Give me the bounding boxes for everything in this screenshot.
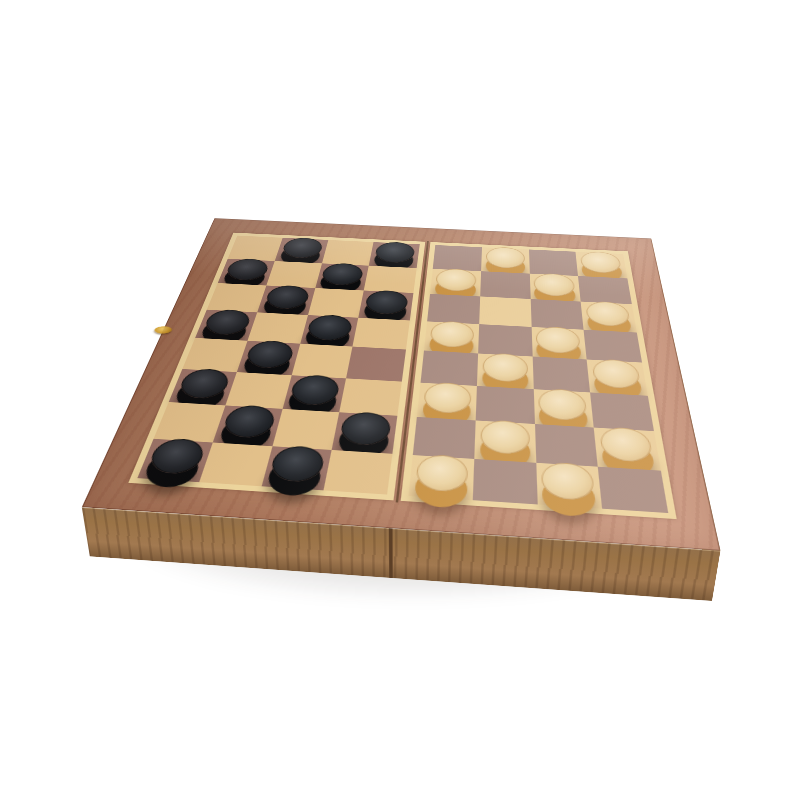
square-r1c4[interactable] xyxy=(430,269,481,297)
square-r7c3[interactable] xyxy=(324,450,393,495)
square-r5c0[interactable] xyxy=(169,369,237,406)
square-r3c3[interactable] xyxy=(353,317,410,349)
checker-black-piece[interactable] xyxy=(339,411,393,446)
square-r1c2[interactable] xyxy=(315,263,369,290)
board-half-right xyxy=(401,242,677,519)
square-r6c5[interactable] xyxy=(474,420,536,462)
checker-black-piece[interactable] xyxy=(176,368,232,399)
square-r1c5[interactable] xyxy=(480,271,530,299)
square-r5c7[interactable] xyxy=(590,392,654,431)
checker-black-piece[interactable] xyxy=(224,258,271,281)
folding-checkers-board xyxy=(82,218,721,551)
square-r2c6[interactable] xyxy=(530,299,584,329)
square-r3c6[interactable] xyxy=(531,327,587,360)
checker-black-piece[interactable] xyxy=(306,314,354,341)
square-r6c3[interactable] xyxy=(332,412,397,453)
square-r1c0[interactable] xyxy=(218,258,275,285)
square-r7c7[interactable] xyxy=(598,466,668,513)
square-r0c6[interactable] xyxy=(529,249,579,275)
checker-wood-piece[interactable] xyxy=(599,427,654,463)
checker-black-piece[interactable] xyxy=(280,237,324,259)
square-r3c5[interactable] xyxy=(478,324,532,357)
square-r5c5[interactable] xyxy=(475,386,534,424)
square-r3c2[interactable] xyxy=(300,315,359,347)
checker-wood-piece[interactable] xyxy=(592,359,642,390)
square-r7c4[interactable] xyxy=(408,455,474,501)
square-r1c1[interactable] xyxy=(266,261,321,288)
square-r2c7[interactable] xyxy=(581,302,637,333)
square-r5c1[interactable] xyxy=(225,372,291,409)
square-r0c3[interactable] xyxy=(369,242,420,268)
front-fold-seam xyxy=(389,528,393,578)
square-r5c4[interactable] xyxy=(417,382,477,420)
square-r0c5[interactable] xyxy=(481,247,529,273)
square-r7c5[interactable] xyxy=(472,458,537,504)
brass-clasp xyxy=(153,326,173,334)
square-r3c4[interactable] xyxy=(424,321,479,353)
square-r6c1[interactable] xyxy=(213,405,282,445)
square-r4c3[interactable] xyxy=(346,347,406,382)
board-top xyxy=(82,218,721,551)
square-r7c2[interactable] xyxy=(261,446,332,491)
square-r2c3[interactable] xyxy=(359,290,414,320)
square-r4c6[interactable] xyxy=(532,356,590,392)
checker-wood-piece[interactable] xyxy=(580,251,622,274)
square-r6c6[interactable] xyxy=(534,424,598,466)
checker-black-piece[interactable] xyxy=(374,241,416,263)
square-r6c7[interactable] xyxy=(594,428,661,471)
square-r2c5[interactable] xyxy=(479,296,531,326)
checker-black-piece[interactable] xyxy=(289,374,342,406)
square-r5c2[interactable] xyxy=(282,375,346,412)
checker-wood-piece[interactable] xyxy=(534,273,576,297)
square-r2c4[interactable] xyxy=(427,294,480,324)
checker-black-piece[interactable] xyxy=(243,340,295,369)
square-r5c3[interactable] xyxy=(339,378,401,416)
square-r0c1[interactable] xyxy=(275,238,328,263)
square-r4c0[interactable] xyxy=(182,338,247,372)
square-r4c2[interactable] xyxy=(291,344,352,378)
checker-wood-piece[interactable] xyxy=(415,454,469,493)
checker-black-piece[interactable] xyxy=(220,404,277,438)
square-r3c7[interactable] xyxy=(584,329,642,362)
checker-wood-piece[interactable] xyxy=(480,419,530,455)
checker-wood-piece[interactable] xyxy=(541,461,595,501)
checker-black-piece[interactable] xyxy=(263,285,311,310)
square-r5c6[interactable] xyxy=(533,389,594,428)
square-r6c2[interactable] xyxy=(272,409,339,450)
checker-wood-piece[interactable] xyxy=(482,353,528,383)
square-r6c4[interactable] xyxy=(413,417,476,459)
checker-wood-piece[interactable] xyxy=(585,301,631,327)
checker-wood-piece[interactable] xyxy=(536,326,582,354)
board-scene xyxy=(0,0,800,800)
checker-wood-piece[interactable] xyxy=(485,247,524,269)
checker-black-piece[interactable] xyxy=(146,437,208,474)
square-r0c2[interactable] xyxy=(322,240,374,266)
square-r4c4[interactable] xyxy=(421,350,478,385)
square-r3c1[interactable] xyxy=(247,312,307,344)
checker-wood-piece[interactable] xyxy=(429,320,474,348)
checker-wood-piece[interactable] xyxy=(435,268,477,292)
board-half-left xyxy=(128,233,425,501)
checker-black-piece[interactable] xyxy=(364,290,409,315)
square-r0c7[interactable] xyxy=(576,252,628,278)
square-r6c0[interactable] xyxy=(154,402,225,442)
square-r1c7[interactable] xyxy=(578,276,632,304)
square-r2c2[interactable] xyxy=(308,288,364,317)
square-r4c1[interactable] xyxy=(237,341,300,375)
checker-black-piece[interactable] xyxy=(202,309,253,336)
checker-wood-piece[interactable] xyxy=(423,381,472,414)
square-r4c5[interactable] xyxy=(477,353,534,388)
square-r1c3[interactable] xyxy=(364,265,417,293)
checker-black-piece[interactable] xyxy=(269,445,327,483)
checker-wood-piece[interactable] xyxy=(538,388,588,421)
product-photo-checkers-set xyxy=(0,0,800,800)
square-r7c0[interactable] xyxy=(137,438,212,482)
square-r7c6[interactable] xyxy=(536,462,603,508)
square-r4c7[interactable] xyxy=(587,359,648,395)
square-r0c4[interactable] xyxy=(433,245,482,271)
checker-black-piece[interactable] xyxy=(320,262,364,285)
square-r7c1[interactable] xyxy=(199,442,272,486)
square-r2c1[interactable] xyxy=(257,285,315,314)
square-r1c6[interactable] xyxy=(529,273,580,301)
square-r0c0[interactable] xyxy=(228,236,283,261)
